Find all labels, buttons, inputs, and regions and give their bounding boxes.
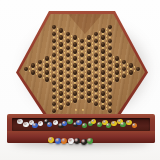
- board-hole[interactable]: [94, 46, 99, 51]
- board-hole[interactable]: [59, 84, 64, 89]
- brass-pin: [60, 54, 62, 56]
- board-hole[interactable]: [24, 67, 29, 72]
- brass-pin: [92, 91, 94, 93]
- board-hole[interactable]: [59, 35, 64, 40]
- brass-pin: [74, 68, 76, 70]
- board-hole[interactable]: [115, 70, 120, 75]
- board-hole[interactable]: [45, 63, 50, 68]
- brass-pin: [78, 70, 80, 72]
- board-hole[interactable]: [101, 91, 106, 96]
- board-hole[interactable]: [80, 88, 85, 93]
- tray-marble-yellow[interactable]: [126, 120, 132, 126]
- board-hole[interactable]: [45, 70, 50, 75]
- board-hole[interactable]: [38, 67, 43, 72]
- board-hole[interactable]: [94, 88, 99, 93]
- brass-pin: [106, 42, 108, 44]
- board-hole[interactable]: [94, 95, 99, 100]
- board-hole[interactable]: [108, 74, 113, 79]
- board-hole[interactable]: [52, 88, 57, 93]
- board-hole[interactable]: [87, 42, 92, 47]
- brass-pin: [88, 54, 90, 56]
- board-hole[interactable]: [101, 84, 106, 89]
- brass-pin: [88, 96, 90, 98]
- brass-pin: [50, 77, 52, 79]
- brass-pin: [130, 68, 132, 70]
- board-hole[interactable]: [101, 98, 106, 103]
- board-hole[interactable]: [94, 60, 99, 65]
- board-hole[interactable]: [59, 63, 64, 68]
- brass-pin: [74, 89, 76, 91]
- board-hole[interactable]: [52, 67, 57, 72]
- brass-pin: [116, 68, 118, 70]
- board-hole[interactable]: [115, 56, 120, 61]
- brass-pin: [50, 56, 52, 58]
- board-hole[interactable]: [66, 67, 71, 72]
- brass-pin: [116, 75, 118, 77]
- board-hole[interactable]: [80, 60, 85, 65]
- brass-pin: [106, 84, 108, 86]
- board-hole[interactable]: [73, 84, 78, 89]
- brass-pin: [64, 84, 66, 86]
- brass-pin: [36, 70, 38, 72]
- brass-pin: [106, 35, 108, 37]
- brass-pin: [88, 68, 90, 70]
- board-hole[interactable]: [108, 25, 113, 30]
- brass-pin: [102, 89, 104, 91]
- board-hole[interactable]: [52, 95, 57, 100]
- brass-pin: [64, 49, 66, 51]
- board-hole[interactable]: [80, 74, 85, 79]
- brass-pin: [92, 63, 94, 65]
- brass-pin: [102, 96, 104, 98]
- board-hole[interactable]: [73, 91, 78, 96]
- brass-pin: [78, 49, 80, 51]
- board-hole[interactable]: [108, 39, 113, 44]
- brass-pin: [64, 63, 66, 65]
- brass-pin: [92, 35, 94, 37]
- board-hole[interactable]: [80, 95, 85, 100]
- board-hole[interactable]: [108, 81, 113, 86]
- brass-pin: [60, 68, 62, 70]
- board-hole[interactable]: [101, 56, 106, 61]
- board-hole[interactable]: [115, 77, 120, 82]
- marble-tray: [7, 114, 155, 143]
- brass-pin: [106, 98, 108, 100]
- board-hole[interactable]: [80, 39, 85, 44]
- board-hole[interactable]: [52, 46, 57, 51]
- brass-pin: [64, 77, 66, 79]
- board-hole[interactable]: [94, 32, 99, 37]
- board-hole[interactable]: [45, 77, 50, 82]
- tray-marble-blue[interactable]: [32, 123, 38, 129]
- board-hole[interactable]: [108, 88, 113, 93]
- brass-pin: [60, 82, 62, 84]
- brass-pin: [36, 63, 38, 65]
- brass-pin: [92, 56, 94, 58]
- board-hole[interactable]: [66, 88, 71, 93]
- board-hole[interactable]: [73, 70, 78, 75]
- brass-pin: [78, 84, 80, 86]
- chinese-checkers-board: [16, 11, 148, 123]
- brass-pin: [92, 84, 94, 86]
- brass-pin: [64, 91, 66, 93]
- board-hole[interactable]: [31, 63, 36, 68]
- board-hole[interactable]: [87, 70, 92, 75]
- tray-marble-white[interactable]: [23, 122, 29, 128]
- brass-pin: [106, 77, 108, 79]
- brass-pin: [106, 70, 108, 72]
- brass-pin: [74, 54, 76, 56]
- brass-pin: [102, 33, 104, 35]
- board-hole[interactable]: [94, 67, 99, 72]
- brass-pin: [106, 91, 108, 93]
- brass-pin: [74, 61, 76, 63]
- board-hole[interactable]: [52, 60, 57, 65]
- brass-pin: [102, 61, 104, 63]
- brass-pin: [60, 96, 62, 98]
- board-hole[interactable]: [66, 39, 71, 44]
- board-hole[interactable]: [122, 67, 127, 72]
- board-hole[interactable]: [101, 77, 106, 82]
- board-hole[interactable]: [59, 49, 64, 54]
- board-hole[interactable]: [80, 53, 85, 58]
- board-hole[interactable]: [101, 105, 106, 110]
- board-hole[interactable]: [59, 91, 64, 96]
- brass-pin: [64, 98, 66, 100]
- board-hole[interactable]: [108, 46, 113, 51]
- board-hole[interactable]: [52, 53, 57, 58]
- board-hole[interactable]: [31, 70, 36, 75]
- board-hole[interactable]: [59, 98, 64, 103]
- brass-pin: [106, 105, 108, 107]
- board-hole[interactable]: [52, 39, 57, 44]
- top-gap-shading: [68, 14, 102, 34]
- brass-pin: [46, 75, 48, 77]
- board-hole[interactable]: [45, 56, 50, 61]
- board-hole[interactable]: [87, 49, 92, 54]
- board-hole[interactable]: [101, 28, 106, 33]
- brass-pin: [78, 77, 80, 79]
- brass-pin: [92, 70, 94, 72]
- board-hole[interactable]: [66, 81, 71, 86]
- brass-pin: [64, 42, 66, 44]
- board-hole[interactable]: [108, 32, 113, 37]
- board-hole[interactable]: [73, 49, 78, 54]
- board-hole[interactable]: [87, 56, 92, 61]
- board-hole[interactable]: [122, 74, 127, 79]
- brass-pin: [64, 105, 66, 107]
- brass-pin: [134, 70, 136, 72]
- board-hole[interactable]: [52, 81, 57, 86]
- brass-pin: [74, 82, 76, 84]
- brass-pin: [32, 68, 34, 70]
- board-hole[interactable]: [94, 102, 99, 107]
- board-hole[interactable]: [73, 77, 78, 82]
- board-hole[interactable]: [59, 77, 64, 82]
- brass-pin: [88, 82, 90, 84]
- brass-pin: [74, 40, 76, 42]
- board-hole[interactable]: [101, 49, 106, 54]
- board-hole[interactable]: [59, 70, 64, 75]
- brass-pin: [102, 47, 104, 49]
- board-hole[interactable]: [73, 56, 78, 61]
- brass-pin: [88, 89, 90, 91]
- product-photo: [0, 0, 160, 160]
- board-hole[interactable]: [59, 42, 64, 47]
- board-hole[interactable]: [52, 102, 57, 107]
- board-hole[interactable]: [59, 28, 64, 33]
- board-hole[interactable]: [87, 35, 92, 40]
- board-hole[interactable]: [52, 32, 57, 37]
- bottom-gap-brass-pin: [75, 109, 77, 111]
- brass-pin: [78, 98, 80, 100]
- brass-pin: [60, 75, 62, 77]
- brass-pin: [60, 47, 62, 49]
- board-hole[interactable]: [80, 81, 85, 86]
- board-hole[interactable]: [80, 67, 85, 72]
- board-hole[interactable]: [59, 105, 64, 110]
- board-hole[interactable]: [66, 60, 71, 65]
- board-hole[interactable]: [108, 109, 113, 114]
- brass-pin: [64, 70, 66, 72]
- board-hole[interactable]: [94, 53, 99, 58]
- board-hole[interactable]: [108, 102, 113, 107]
- brass-pin: [92, 49, 94, 51]
- board-hole[interactable]: [101, 42, 106, 47]
- brass-pin: [120, 63, 122, 65]
- board-hole[interactable]: [73, 42, 78, 47]
- board-hole[interactable]: [59, 56, 64, 61]
- brass-pin: [88, 47, 90, 49]
- brass-pin: [78, 42, 80, 44]
- brass-pin: [116, 61, 118, 63]
- board-hole[interactable]: [66, 32, 71, 37]
- brass-pin: [106, 28, 108, 30]
- board-hole[interactable]: [87, 77, 92, 82]
- brass-pin: [106, 49, 108, 51]
- brass-pin: [102, 82, 104, 84]
- brass-pin: [74, 75, 76, 77]
- board-hole[interactable]: [94, 74, 99, 79]
- brass-pin: [102, 40, 104, 42]
- brass-pin: [92, 77, 94, 79]
- brass-pin: [78, 91, 80, 93]
- brass-pin: [102, 68, 104, 70]
- board-hole[interactable]: [52, 109, 57, 114]
- brass-pin: [78, 56, 80, 58]
- brass-pin: [120, 70, 122, 72]
- board-hole[interactable]: [122, 60, 127, 65]
- board-hole[interactable]: [87, 84, 92, 89]
- board-hole[interactable]: [52, 25, 57, 30]
- brass-pin: [92, 42, 94, 44]
- board-hole[interactable]: [108, 53, 113, 58]
- brass-pin: [46, 68, 48, 70]
- board-hole[interactable]: [129, 70, 134, 75]
- board-hole[interactable]: [38, 74, 43, 79]
- board-hole[interactable]: [101, 63, 106, 68]
- brass-pin: [106, 56, 108, 58]
- brass-pin: [88, 40, 90, 42]
- board-hole[interactable]: [115, 63, 120, 68]
- board-hole[interactable]: [101, 35, 106, 40]
- board-hole[interactable]: [87, 91, 92, 96]
- board-hole[interactable]: [108, 67, 113, 72]
- brass-pin: [60, 33, 62, 35]
- brass-pin: [92, 98, 94, 100]
- brass-pin: [60, 40, 62, 42]
- brass-pin: [88, 61, 90, 63]
- board-hole[interactable]: [38, 60, 43, 65]
- board-hole[interactable]: [129, 63, 134, 68]
- board-hole[interactable]: [87, 98, 92, 103]
- brass-pin: [50, 70, 52, 72]
- board-hole[interactable]: [66, 74, 71, 79]
- brass-pin: [46, 61, 48, 63]
- brass-pin: [102, 75, 104, 77]
- brass-pin: [102, 54, 104, 56]
- brass-pin: [64, 56, 66, 58]
- board-hole[interactable]: [73, 35, 78, 40]
- brass-pin: [106, 63, 108, 65]
- brass-pin: [88, 75, 90, 77]
- brass-pin: [78, 63, 80, 65]
- board-hole[interactable]: [87, 63, 92, 68]
- board-hole[interactable]: [66, 46, 71, 51]
- brass-pin: [120, 77, 122, 79]
- brass-pin: [64, 35, 66, 37]
- board-hole[interactable]: [66, 53, 71, 58]
- brass-pin: [60, 61, 62, 63]
- board-hole[interactable]: [66, 95, 71, 100]
- brass-pin: [60, 89, 62, 91]
- board-hole[interactable]: [73, 98, 78, 103]
- brass-pin: [50, 63, 52, 65]
- board-hole[interactable]: [108, 95, 113, 100]
- board-face: [19, 14, 145, 120]
- board-hole[interactable]: [73, 63, 78, 68]
- board-hole[interactable]: [52, 74, 57, 79]
- board-hole[interactable]: [94, 39, 99, 44]
- board-hole[interactable]: [66, 102, 71, 107]
- brass-pin: [60, 103, 62, 105]
- board-hole[interactable]: [101, 70, 106, 75]
- board-hole[interactable]: [136, 67, 141, 72]
- brass-pin: [74, 96, 76, 98]
- brass-pin: [74, 47, 76, 49]
- board-hole[interactable]: [80, 46, 85, 51]
- board-hole[interactable]: [94, 81, 99, 86]
- brass-pin: [102, 103, 104, 105]
- bottom-gap-brass-pin: [82, 109, 84, 111]
- board-hole[interactable]: [108, 60, 113, 65]
